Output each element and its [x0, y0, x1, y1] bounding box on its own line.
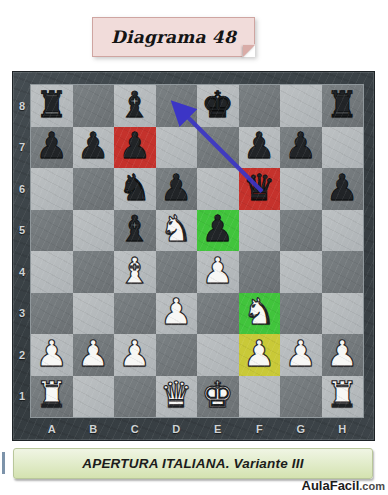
black-pawn: ♟	[326, 170, 358, 206]
white-bishop: ♝	[119, 253, 151, 289]
square-a6[interactable]	[31, 168, 73, 210]
file-label-e: E	[197, 417, 239, 440]
black-rook: ♜	[36, 87, 68, 123]
square-c7[interactable]: ♟	[114, 127, 156, 169]
square-b5[interactable]	[73, 210, 115, 252]
square-d6[interactable]: ♟	[156, 168, 198, 210]
square-d2[interactable]	[156, 334, 198, 376]
watermark-suffix: .com	[359, 480, 385, 492]
diagram-title: Diagrama 48	[111, 27, 236, 47]
square-f6[interactable]: ♛	[239, 168, 281, 210]
square-d5[interactable]: ♞	[156, 210, 198, 252]
black-rook: ♜	[326, 87, 358, 123]
square-g8[interactable]	[280, 85, 322, 127]
black-pawn: ♟	[36, 128, 68, 164]
square-d3[interactable]: ♟	[156, 293, 198, 335]
file-label-f: F	[239, 417, 281, 440]
square-b1[interactable]	[73, 376, 115, 418]
black-pawn: ♟	[119, 128, 151, 164]
square-a7[interactable]: ♟	[31, 127, 73, 169]
square-b3[interactable]	[73, 293, 115, 335]
square-a5[interactable]	[31, 210, 73, 252]
diagram-page: Diagrama 48 87654321 ABCDEFGH ♜♝♚♜♟♟♟♟♟♞…	[0, 0, 388, 495]
square-b2[interactable]: ♟	[73, 334, 115, 376]
black-queen: ♛	[243, 170, 275, 206]
square-h2[interactable]: ♟	[322, 334, 364, 376]
square-f7[interactable]: ♟	[239, 127, 281, 169]
rank-label-5: 5	[13, 210, 31, 252]
square-f8[interactable]	[239, 85, 281, 127]
white-pawn: ♟	[243, 336, 275, 372]
square-e5[interactable]: ♟	[197, 210, 239, 252]
file-label-g: G	[280, 417, 322, 440]
square-g7[interactable]: ♟	[280, 127, 322, 169]
file-label-a: A	[31, 417, 73, 440]
square-h3[interactable]	[322, 293, 364, 335]
file-label-d: D	[156, 417, 198, 440]
square-b8[interactable]	[73, 85, 115, 127]
square-a8[interactable]: ♜	[31, 85, 73, 127]
white-pawn: ♟	[36, 336, 68, 372]
square-f4[interactable]	[239, 251, 281, 293]
white-pawn: ♟	[326, 336, 358, 372]
white-rook: ♜	[326, 377, 358, 413]
square-c4[interactable]: ♝	[114, 251, 156, 293]
square-f5[interactable]	[239, 210, 281, 252]
square-g1[interactable]	[280, 376, 322, 418]
square-a4[interactable]	[31, 251, 73, 293]
square-h8[interactable]: ♜	[322, 85, 364, 127]
white-king: ♚	[202, 377, 234, 413]
square-c8[interactable]: ♝	[114, 85, 156, 127]
black-knight: ♞	[119, 170, 151, 206]
square-f3[interactable]: ♞	[239, 293, 281, 335]
square-b7[interactable]: ♟	[73, 127, 115, 169]
square-g6[interactable]	[280, 168, 322, 210]
chess-board-frame: 87654321 ABCDEFGH ♜♝♚♜♟♟♟♟♟♞♟♛♟♝♞♟♝♟♟♞♟♟…	[12, 71, 375, 441]
watermark-brand: AulaFacil	[302, 478, 360, 493]
square-e8[interactable]: ♚	[197, 85, 239, 127]
square-d7[interactable]	[156, 127, 198, 169]
white-knight: ♞	[243, 294, 275, 330]
diagram-title-box: Diagrama 48	[92, 17, 255, 57]
rank-label-7: 7	[13, 127, 31, 169]
chess-board: ♜♝♚♜♟♟♟♟♟♞♟♛♟♝♞♟♝♟♟♞♟♟♟♟♟♟♜♛♚♜	[31, 85, 363, 417]
square-e4[interactable]: ♟	[197, 251, 239, 293]
square-c1[interactable]	[114, 376, 156, 418]
file-label-c: C	[114, 417, 156, 440]
opening-caption: APERTURA ITALIANA. Variante III	[82, 456, 303, 471]
square-e6[interactable]	[197, 168, 239, 210]
square-b4[interactable]	[73, 251, 115, 293]
square-h4[interactable]	[322, 251, 364, 293]
square-e7[interactable]	[197, 127, 239, 169]
file-label-h: H	[322, 417, 364, 440]
folded-corner-icon	[243, 45, 255, 57]
white-pawn: ♟	[285, 336, 317, 372]
square-d4[interactable]	[156, 251, 198, 293]
rank-label-6: 6	[13, 168, 31, 210]
square-e1[interactable]: ♚	[197, 376, 239, 418]
rank-label-1: 1	[13, 376, 31, 418]
file-label-b: B	[73, 417, 115, 440]
square-h6[interactable]: ♟	[322, 168, 364, 210]
black-pawn: ♟	[77, 128, 109, 164]
square-a1[interactable]: ♜	[31, 376, 73, 418]
square-b6[interactable]	[73, 168, 115, 210]
square-c5[interactable]: ♝	[114, 210, 156, 252]
square-c2[interactable]: ♟	[114, 334, 156, 376]
square-g4[interactable]	[280, 251, 322, 293]
square-d1[interactable]: ♛	[156, 376, 198, 418]
black-pawn: ♟	[160, 170, 192, 206]
white-pawn: ♟	[119, 336, 151, 372]
black-pawn: ♟	[285, 128, 317, 164]
caption-bar: APERTURA ITALIANA. Variante III	[13, 448, 373, 479]
square-e3[interactable]	[197, 293, 239, 335]
square-g2[interactable]: ♟	[280, 334, 322, 376]
square-f2[interactable]: ♟	[239, 334, 281, 376]
rank-labels: 87654321	[13, 85, 31, 417]
black-bishop: ♝	[119, 211, 151, 247]
square-h5[interactable]	[322, 210, 364, 252]
rank-label-2: 2	[13, 334, 31, 376]
square-g3[interactable]	[280, 293, 322, 335]
white-knight: ♞	[160, 211, 192, 247]
square-f1[interactable]	[239, 376, 281, 418]
square-a2[interactable]: ♟	[31, 334, 73, 376]
white-pawn: ♟	[202, 253, 234, 289]
file-labels: ABCDEFGH	[31, 417, 363, 440]
white-queen: ♛	[160, 377, 192, 413]
rank-label-3: 3	[13, 293, 31, 335]
black-king: ♚	[202, 87, 234, 123]
square-c6[interactable]: ♞	[114, 168, 156, 210]
square-a3[interactable]	[31, 293, 73, 335]
black-pawn: ♟	[243, 128, 275, 164]
white-pawn: ♟	[160, 294, 192, 330]
rank-label-4: 4	[13, 251, 31, 293]
left-margin-tick	[2, 452, 5, 474]
black-bishop: ♝	[119, 87, 151, 123]
square-h1[interactable]: ♜	[322, 376, 364, 418]
square-g5[interactable]	[280, 210, 322, 252]
square-c3[interactable]	[114, 293, 156, 335]
site-watermark: AulaFacil .com	[302, 478, 385, 494]
black-pawn: ♟	[202, 211, 234, 247]
white-rook: ♜	[36, 377, 68, 413]
square-d8[interactable]	[156, 85, 198, 127]
square-h7[interactable]	[322, 127, 364, 169]
white-pawn: ♟	[77, 336, 109, 372]
rank-label-8: 8	[13, 85, 31, 127]
square-e2[interactable]	[197, 334, 239, 376]
